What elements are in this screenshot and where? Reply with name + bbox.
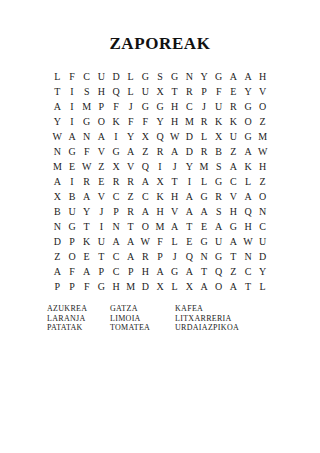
grid-cell: A [197,279,212,294]
grid-cell: T [226,249,241,264]
grid-cell: H [167,189,182,204]
grid-cell: M [153,219,168,234]
grid-cell: W [255,145,270,160]
grid-cell: P [153,249,168,264]
grid-cell: H [241,219,256,234]
grid-cell: G [211,249,226,264]
grid-cell: Y [197,70,212,85]
grid-cell: Z [94,160,109,175]
grid-cell: L [167,234,182,249]
grid-cell: P [94,100,109,115]
grid-cell: A [138,204,153,219]
grid-cell: E [226,85,241,100]
grid-cell: R [138,249,153,264]
grid-cell: N [241,249,256,264]
grid-cell: N [197,249,212,264]
grid-cell: O [138,219,153,234]
grid-cell: R [153,145,168,160]
grid-cell: Y [255,264,270,279]
grid-cell: A [241,145,256,160]
grid-cell: E [94,175,109,190]
grid-cell: M [182,115,197,130]
grid-cell: Y [79,204,94,219]
grid-cell: D [109,70,124,85]
grid-cell: O [211,279,226,294]
grid-cell: G [65,145,80,160]
grid-cell: G [241,100,256,115]
grid-cell: L [255,279,270,294]
grid-cell: A [241,189,256,204]
grid-cell: W [50,130,65,145]
grid-cell: A [167,145,182,160]
grid-cell: D [138,279,153,294]
grid-cell: X [182,279,197,294]
grid-cell: E [79,249,94,264]
worksheet-page: ZAPOREAK LFCUDLGSGNYGAAHTISHQLUXTRPFEYVA… [0,0,320,453]
grid-cell: N [182,70,197,85]
grid-cell: K [79,234,94,249]
word-item: LITXARRERIA [175,314,310,324]
grid-cell: G [167,70,182,85]
grid-cell: A [153,264,168,279]
grid-cell: N [255,204,270,219]
grid-cell: A [226,160,241,175]
grid-cell: L [167,279,182,294]
grid-cell: X [138,130,153,145]
grid-cell: A [167,219,182,234]
grid-cell: Y [153,115,168,130]
grid-cell: X [109,160,124,175]
grid-cell: G [197,234,212,249]
grid-cell: S [211,204,226,219]
grid-cell: Q [241,204,256,219]
grid-cell: I [94,219,109,234]
grid-cell: X [211,130,226,145]
grid-cell: N [79,130,94,145]
grid-cell: F [109,100,124,115]
grid-cell: K [153,189,168,204]
grid-cell: A [50,264,65,279]
grid-cell: O [94,115,109,130]
grid-cell: D [255,249,270,264]
grid-cell: B [211,145,226,160]
grid-cell: A [226,70,241,85]
grid-cell: A [138,175,153,190]
grid-cell: G [79,115,94,130]
grid-cell: T [167,85,182,100]
grid-cell: X [153,279,168,294]
grid-cell: Z [255,115,270,130]
grid-cell: M [255,130,270,145]
word-item: GATZA [110,304,175,314]
grid-cell: Y [241,85,256,100]
grid-cell: J [167,249,182,264]
grid-cell: Q [182,249,197,264]
grid-cell: Z [123,189,138,204]
grid-cell: L [123,70,138,85]
grid-cell: L [197,130,212,145]
grid-cell: Z [50,249,65,264]
grid-cell: A [182,189,197,204]
grid-cell: W [241,234,256,249]
grid-cell: T [182,219,197,234]
grid-cell: G [65,219,80,234]
grid-cell: G [197,189,212,204]
grid-cell: F [138,115,153,130]
grid-cell: U [94,70,109,85]
grid-cell: H [226,204,241,219]
grid-cell: Y [50,115,65,130]
grid-cell: H [94,85,109,100]
grid-cell: J [167,160,182,175]
grid-cell: R [211,189,226,204]
grid-cell: R [123,204,138,219]
word-item: LIMOIA [110,314,175,324]
grid-cell: T [241,279,256,294]
grid-cell: S [79,85,94,100]
grid-cell: T [50,85,65,100]
word-list-column-3: KAFEA LITXARRERIA URDAIAZPIKOA [175,304,310,333]
grid-cell: O [255,189,270,204]
grid-cell: W [138,234,153,249]
grid-cell: C [109,249,124,264]
grid-cell: F [65,70,80,85]
grid-cell: X [153,85,168,100]
grid-cell: T [123,219,138,234]
grid-cell: V [94,145,109,160]
grid-cell: O [255,100,270,115]
grid-cell: A [79,264,94,279]
grid-cell: A [182,204,197,219]
grid-cell: A [123,145,138,160]
grid-cell: P [65,234,80,249]
grid-cell: O [241,115,256,130]
grid-cell: I [65,115,80,130]
grid-cell: Q [138,160,153,175]
grid-cell: V [226,189,241,204]
grid-cell: M [197,160,212,175]
grid-cell: O [65,249,80,264]
grid-cell: U [138,85,153,100]
grid-cell: A [123,249,138,264]
grid-cell: Q [211,264,226,279]
grid-cell: A [65,130,80,145]
grid-cell: G [241,130,256,145]
grid-cell: J [123,100,138,115]
grid-cell: F [79,279,94,294]
grid-cell: A [182,264,197,279]
word-item: LARANJA [47,314,110,324]
grid-cell: P [123,264,138,279]
grid-cell: V [167,204,182,219]
grid-cell: E [65,160,80,175]
grid-cell: X [50,189,65,204]
grid-cell: D [182,145,197,160]
grid-cell: E [182,234,197,249]
grid-cell: A [94,130,109,145]
grid-cell: R [182,85,197,100]
grid-cell: F [65,264,80,279]
grid-cell: W [79,160,94,175]
grid-cell: V [255,85,270,100]
grid-cell: P [94,264,109,279]
puzzle-title: ZAPOREAK [0,34,320,54]
grid-cell: N [109,219,124,234]
grid-cell: V [94,189,109,204]
word-item: KAFEA [175,304,310,314]
grid-cell: K [226,115,241,130]
grid-cell: G [153,100,168,115]
word-item: TOMATEA [110,323,175,333]
grid-cell: G [138,70,153,85]
grid-cell: I [153,160,168,175]
grid-cell: H [167,115,182,130]
grid-cell: U [226,130,241,145]
grid-cell: H [153,204,168,219]
word-search-grid: LFCUDLGSGNYGAAHTISHQLUXTRPFEYVAIMPFJGGHC… [50,70,270,294]
grid-cell: C [109,189,124,204]
grid-cell: W [167,130,182,145]
grid-cell: D [182,130,197,145]
grid-cell: I [109,130,124,145]
grid-cell: V [123,160,138,175]
grid-cell: C [255,219,270,234]
grid-cell: B [65,189,80,204]
grid-cell: J [197,100,212,115]
grid-cell: U [94,234,109,249]
grid-cell: G [138,100,153,115]
grid-cell: A [226,279,241,294]
grid-cell: L [50,70,65,85]
grid-cell: Z [226,264,241,279]
grid-cell: C [241,264,256,279]
grid-cell: C [138,189,153,204]
grid-cell: G [226,219,241,234]
grid-cell: R [197,145,212,160]
grid-cell: F [123,115,138,130]
grid-cell: S [211,160,226,175]
grid-cell: A [50,175,65,190]
grid-cell: A [197,204,212,219]
grid-cell: A [211,219,226,234]
grid-cell: A [50,100,65,115]
grid-cell: L [123,85,138,100]
grid-cell: E [197,219,212,234]
grid-cell: G [211,175,226,190]
grid-cell: Z [226,145,241,160]
grid-cell: J [94,204,109,219]
grid-cell: P [50,279,65,294]
grid-cell: I [182,175,197,190]
grid-cell: F [153,234,168,249]
grid-cell: U [211,100,226,115]
grid-cell: H [109,279,124,294]
grid-cell: D [50,234,65,249]
grid-cell: K [211,115,226,130]
grid-cell: A [226,234,241,249]
grid-cell: Y [182,160,197,175]
grid-cell: Q [109,85,124,100]
word-list-column-1: AZUKREA LARANJA PATATAK [47,304,110,333]
grid-cell: Q [153,130,168,145]
grid-cell: G [109,145,124,160]
grid-cell: K [241,160,256,175]
grid-cell: L [197,175,212,190]
word-list: AZUKREA LARANJA PATATAK GATZA LIMOIA TOM… [47,304,310,333]
grid-cell: H [167,100,182,115]
grid-cell: I [65,175,80,190]
grid-cell: C [79,70,94,85]
grid-cell: C [109,264,124,279]
grid-cell: U [255,234,270,249]
grid-cell: R [197,115,212,130]
grid-cell: M [79,100,94,115]
grid-cell: F [79,145,94,160]
grid-cell: F [211,85,226,100]
grid-cell: T [79,219,94,234]
grid-cell: C [182,100,197,115]
grid-cell: M [123,279,138,294]
word-list-column-2: GATZA LIMOIA TOMATEA [110,304,175,333]
grid-cell: G [167,264,182,279]
grid-cell: N [50,145,65,160]
grid-cell: L [241,175,256,190]
grid-cell: K [109,115,124,130]
grid-cell: C [226,175,241,190]
grid-cell: B [50,204,65,219]
grid-cell: G [211,70,226,85]
grid-cell: R [79,175,94,190]
grid-cell: S [153,70,168,85]
grid-cell: X [153,175,168,190]
word-item: URDAIAZPIKOA [175,323,310,333]
grid-cell: A [241,70,256,85]
grid-cell: I [65,100,80,115]
grid-cell: T [197,264,212,279]
grid-cell: R [109,175,124,190]
grid-cell: A [123,234,138,249]
grid-cell: P [65,279,80,294]
grid-cell: G [94,279,109,294]
grid-cell: R [226,100,241,115]
grid-cell: T [94,249,109,264]
grid-cell: T [167,175,182,190]
grid-cell: P [197,85,212,100]
grid-cell: R [123,175,138,190]
grid-cell: A [109,234,124,249]
grid-cell: M [50,160,65,175]
grid-cell: H [255,160,270,175]
grid-cell: H [138,264,153,279]
grid-cell: P [109,204,124,219]
word-item: AZUKREA [47,304,110,314]
grid-cell: Y [123,130,138,145]
grid-cell: Z [255,175,270,190]
grid-cell: N [50,219,65,234]
word-item: PATATAK [47,323,110,333]
grid-cell: U [211,234,226,249]
grid-cell: I [65,85,80,100]
grid-cell: H [255,70,270,85]
grid-cell: U [65,204,80,219]
grid-cell: A [79,189,94,204]
grid-cell: Z [138,145,153,160]
